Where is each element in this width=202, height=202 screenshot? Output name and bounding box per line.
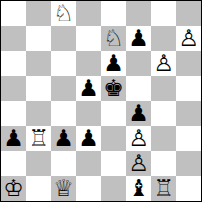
square-d2[interactable]: [76, 151, 101, 176]
white-rook-b3: ♖: [28, 126, 49, 151]
black-bishop-f1: ♝: [128, 176, 149, 201]
square-c4[interactable]: [51, 101, 76, 126]
square-c1[interactable]: ♕: [51, 176, 76, 201]
square-d8[interactable]: [76, 1, 101, 26]
square-h5[interactable]: [176, 76, 201, 101]
white-knight-c8: ♘: [53, 1, 74, 26]
black-pawn-a3: ♟: [3, 126, 24, 151]
black-pawn-c3: ♟: [53, 126, 74, 151]
square-f5[interactable]: [126, 76, 151, 101]
square-b1[interactable]: [26, 176, 51, 201]
square-a6[interactable]: [1, 51, 26, 76]
square-f6[interactable]: [126, 51, 151, 76]
square-h3[interactable]: [176, 126, 201, 151]
square-g2[interactable]: [151, 151, 176, 176]
square-h8[interactable]: [176, 1, 201, 26]
square-f4[interactable]: ♟: [126, 101, 151, 126]
square-b5[interactable]: [26, 76, 51, 101]
white-pawn-f2: ♙: [128, 151, 149, 176]
square-f2[interactable]: ♙: [126, 151, 151, 176]
square-d5[interactable]: ♟: [76, 76, 101, 101]
square-a5[interactable]: [1, 76, 26, 101]
square-b8[interactable]: [26, 1, 51, 26]
chess-board: ♘♘♟♙♟♙♟♚♟♟♖♟♟♙♙♔♕♝♖: [0, 0, 202, 202]
black-pawn-d5: ♟: [78, 76, 99, 101]
square-b6[interactable]: [26, 51, 51, 76]
white-pawn-g6: ♙: [153, 51, 174, 76]
square-d7[interactable]: [76, 26, 101, 51]
square-f8[interactable]: [126, 1, 151, 26]
square-c8[interactable]: ♘: [51, 1, 76, 26]
square-a3[interactable]: ♟: [1, 126, 26, 151]
square-e2[interactable]: [101, 151, 126, 176]
square-c6[interactable]: [51, 51, 76, 76]
white-pawn-h7: ♙: [178, 26, 199, 51]
square-h4[interactable]: [176, 101, 201, 126]
square-e4[interactable]: [101, 101, 126, 126]
square-b3[interactable]: ♖: [26, 126, 51, 151]
square-h7[interactable]: ♙: [176, 26, 201, 51]
square-e1[interactable]: [101, 176, 126, 201]
square-c2[interactable]: [51, 151, 76, 176]
square-g6[interactable]: ♙: [151, 51, 176, 76]
square-e5[interactable]: ♚: [101, 76, 126, 101]
square-f7[interactable]: ♟: [126, 26, 151, 51]
black-pawn-d3: ♟: [78, 126, 99, 151]
square-e6[interactable]: ♟: [101, 51, 126, 76]
white-pawn-f3: ♙: [128, 126, 149, 151]
square-g5[interactable]: [151, 76, 176, 101]
black-king-e5: ♚: [103, 76, 124, 101]
square-h6[interactable]: [176, 51, 201, 76]
square-a2[interactable]: [1, 151, 26, 176]
white-rook-g1: ♖: [153, 176, 174, 201]
square-c5[interactable]: [51, 76, 76, 101]
square-g1[interactable]: ♖: [151, 176, 176, 201]
square-d4[interactable]: [76, 101, 101, 126]
square-a7[interactable]: [1, 26, 26, 51]
square-b2[interactable]: [26, 151, 51, 176]
white-king-a1: ♔: [3, 176, 24, 201]
black-pawn-f4: ♟: [128, 101, 149, 126]
white-knight-e7: ♘: [103, 26, 124, 51]
square-b7[interactable]: [26, 26, 51, 51]
square-f3[interactable]: ♙: [126, 126, 151, 151]
square-h1[interactable]: [176, 176, 201, 201]
square-d3[interactable]: ♟: [76, 126, 101, 151]
square-f1[interactable]: ♝: [126, 176, 151, 201]
black-pawn-f7: ♟: [128, 26, 149, 51]
square-a1[interactable]: ♔: [1, 176, 26, 201]
square-g8[interactable]: [151, 1, 176, 26]
square-h2[interactable]: [176, 151, 201, 176]
white-queen-c1: ♕: [53, 176, 74, 201]
square-b4[interactable]: [26, 101, 51, 126]
square-c7[interactable]: [51, 26, 76, 51]
square-e3[interactable]: [101, 126, 126, 151]
square-g4[interactable]: [151, 101, 176, 126]
square-e7[interactable]: ♘: [101, 26, 126, 51]
square-a8[interactable]: [1, 1, 26, 26]
square-d6[interactable]: [76, 51, 101, 76]
square-a4[interactable]: [1, 101, 26, 126]
square-g3[interactable]: [151, 126, 176, 151]
square-e8[interactable]: [101, 1, 126, 26]
black-pawn-e6: ♟: [103, 51, 124, 76]
square-c3[interactable]: ♟: [51, 126, 76, 151]
square-g7[interactable]: [151, 26, 176, 51]
square-d1[interactable]: [76, 176, 101, 201]
